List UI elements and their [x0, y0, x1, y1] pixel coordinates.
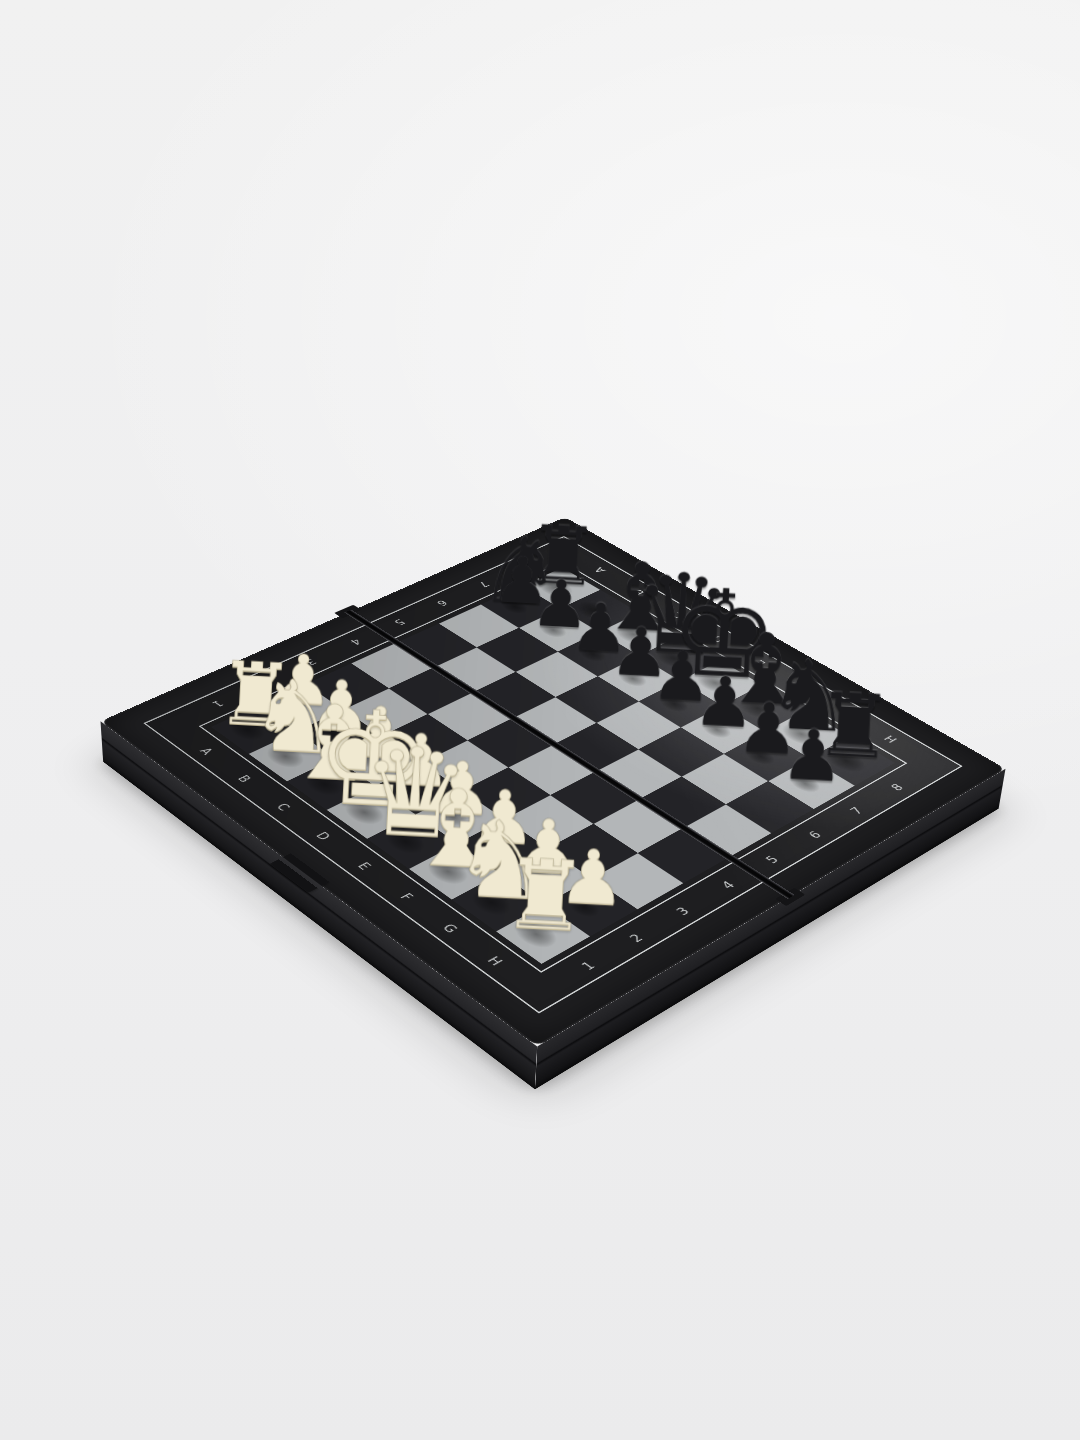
white-rook-glyph: ♜: [500, 845, 591, 945]
board-face: ♜♞♝♛♚♝♞♜♟♟♟♟♟♟♟♟♟♟♟♟♟♟♟♟♜♞♝♚♛♝♞♜ ABCDEFG…: [101, 517, 1006, 1046]
product-photo-canvas: ♜♞♝♛♚♝♞♜♟♟♟♟♟♟♟♟♟♟♟♟♟♟♟♟♜♞♝♚♛♝♞♜ ABCDEFG…: [0, 0, 1080, 1440]
black-pawn-glyph: ♟: [780, 719, 847, 793]
scene: ♜♞♝♛♚♝♞♜♟♟♟♟♟♟♟♟♟♟♟♟♟♟♟♟♜♞♝♚♛♝♞♜ ABCDEFG…: [0, 0, 1080, 1440]
folding-chess-board: ♜♞♝♛♚♝♞♜♟♟♟♟♟♟♟♟♟♟♟♟♟♟♟♟♜♞♝♚♛♝♞♜ ABCDEFG…: [101, 517, 1006, 1046]
